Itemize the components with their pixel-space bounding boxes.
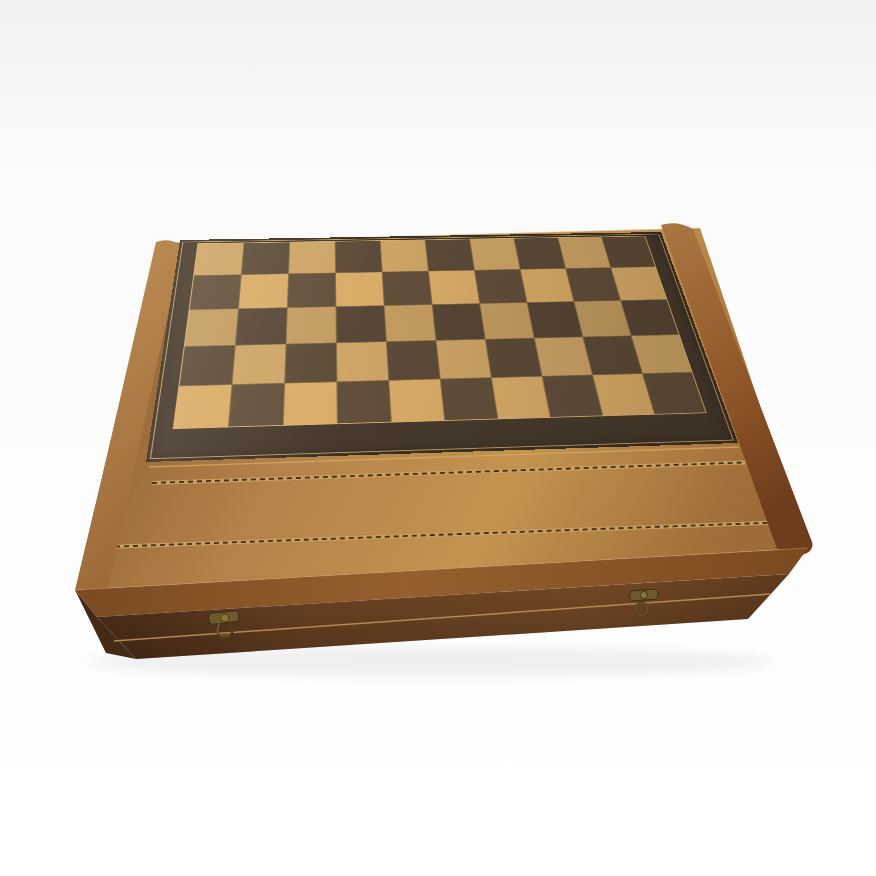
board-square: [185, 309, 238, 346]
board-square: [621, 300, 678, 336]
board-square: [433, 304, 485, 340]
board-square: [558, 237, 610, 268]
board-square: [437, 340, 491, 379]
draughts-board: [146, 232, 738, 462]
board-square: [387, 341, 440, 380]
board-square: [426, 239, 474, 270]
board-square: [194, 243, 243, 275]
board-square: [535, 337, 592, 376]
board-square: [289, 242, 335, 274]
board-square: [239, 274, 288, 308]
board-square: [441, 378, 497, 420]
board-square: [514, 238, 565, 269]
board-square: [486, 338, 542, 377]
board-grid: [173, 236, 707, 429]
board-square: [543, 375, 602, 417]
board-square: [475, 270, 526, 304]
board-square: [236, 308, 287, 345]
board-square: [521, 269, 574, 302]
board-frame: [146, 232, 738, 462]
board-square: [285, 343, 336, 383]
board-square: [381, 240, 428, 272]
board-square: [336, 272, 384, 306]
board-square: [611, 267, 666, 300]
board-square: [284, 382, 337, 425]
board-square: [337, 381, 390, 424]
board-square: [492, 377, 550, 419]
board-square: [229, 384, 284, 427]
board-square: [174, 385, 232, 428]
board-square: [336, 306, 385, 343]
board-square: [385, 305, 436, 341]
board-square: [190, 275, 241, 309]
board-square: [480, 303, 533, 339]
photo-stage: [0, 0, 876, 876]
board-square: [602, 236, 655, 267]
board-square: [233, 344, 286, 384]
board-square: [389, 379, 444, 421]
board-square: [337, 342, 388, 381]
board-square: [528, 302, 583, 338]
board-square: [470, 239, 520, 270]
board-square: [643, 373, 705, 414]
board-square: [180, 346, 235, 386]
board-square: [632, 335, 692, 373]
board-square: [429, 271, 479, 305]
board-square: [242, 242, 289, 274]
board-square: [383, 271, 432, 305]
board-square: [336, 241, 382, 273]
board-square: [287, 307, 336, 344]
board-square: [288, 273, 336, 307]
